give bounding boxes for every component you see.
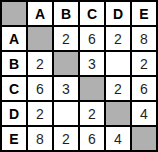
cell-D-C: 2	[80, 102, 104, 125]
cell-E-E	[132, 127, 156, 150]
row-header-A: A	[2, 27, 26, 50]
cell-E-B: 2	[54, 127, 78, 150]
cell-C-A: 6	[28, 77, 52, 100]
row-header-C: C	[2, 77, 26, 100]
cell-A-A	[28, 27, 52, 50]
distance-matrix-board: ABCDEA2628B232C6326D224E8264	[0, 0, 158, 152]
col-header-E: E	[132, 2, 156, 25]
cell-D-B	[54, 102, 78, 125]
col-header-D: D	[106, 2, 130, 25]
cell-D-E: 4	[132, 102, 156, 125]
cell-B-C: 3	[80, 52, 104, 75]
cell-C-B: 3	[54, 77, 78, 100]
cell-E-C: 6	[80, 127, 104, 150]
cell-A-D: 2	[106, 27, 130, 50]
corner-cell	[2, 2, 26, 25]
row-header-D: D	[2, 102, 26, 125]
col-header-A: A	[28, 2, 52, 25]
cell-D-D	[106, 102, 130, 125]
cell-C-C	[80, 77, 104, 100]
cell-E-A: 8	[28, 127, 52, 150]
col-header-C: C	[80, 2, 104, 25]
cell-B-E: 2	[132, 52, 156, 75]
cell-C-E: 6	[132, 77, 156, 100]
cell-B-A: 2	[28, 52, 52, 75]
cell-B-D	[106, 52, 130, 75]
cell-B-B	[54, 52, 78, 75]
cell-D-A: 2	[28, 102, 52, 125]
cell-A-E: 8	[132, 27, 156, 50]
row-header-E: E	[2, 127, 26, 150]
cell-A-B: 2	[54, 27, 78, 50]
cell-A-C: 6	[80, 27, 104, 50]
col-header-B: B	[54, 2, 78, 25]
cell-C-D: 2	[106, 77, 130, 100]
row-header-B: B	[2, 52, 26, 75]
cell-E-D: 4	[106, 127, 130, 150]
